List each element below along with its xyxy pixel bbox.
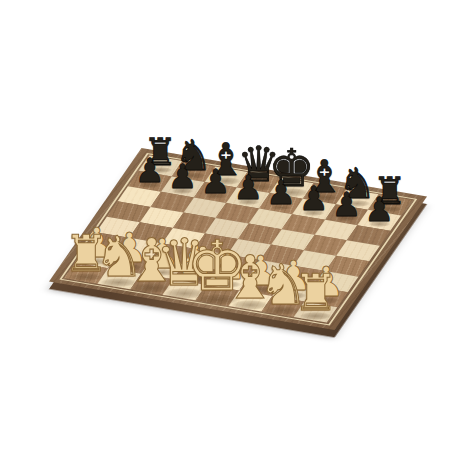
piece-black-pawn[interactable]: ♟ <box>168 159 198 192</box>
piece-white-rook[interactable]: ♜ <box>293 268 338 318</box>
piece-black-pawn[interactable]: ♟ <box>135 154 165 187</box>
piece-black-pawn[interactable]: ♟ <box>266 176 296 209</box>
piece-black-pawn[interactable]: ♟ <box>233 170 263 203</box>
piece-black-pawn[interactable]: ♟ <box>299 182 329 215</box>
piece-black-pawn[interactable]: ♟ <box>332 187 362 220</box>
photo-backdrop: ♜♞♝♛♚♝♞♜♟♟♟♟♟♟♟♟♟♟♟♟♟♟♟♟♜♞♝♛♚♝♞♜ <box>0 0 452 452</box>
piece-black-pawn[interactable]: ♟ <box>200 165 230 198</box>
pieces-layer: ♜♞♝♛♚♝♞♜♟♟♟♟♟♟♟♟♟♟♟♟♟♟♟♟♜♞♝♛♚♝♞♜ <box>0 0 452 452</box>
piece-black-pawn[interactable]: ♟ <box>364 193 394 226</box>
chess-board-scene: ♜♞♝♛♚♝♞♜♟♟♟♟♟♟♟♟♟♟♟♟♟♟♟♟♜♞♝♛♚♝♞♜ <box>0 0 452 452</box>
